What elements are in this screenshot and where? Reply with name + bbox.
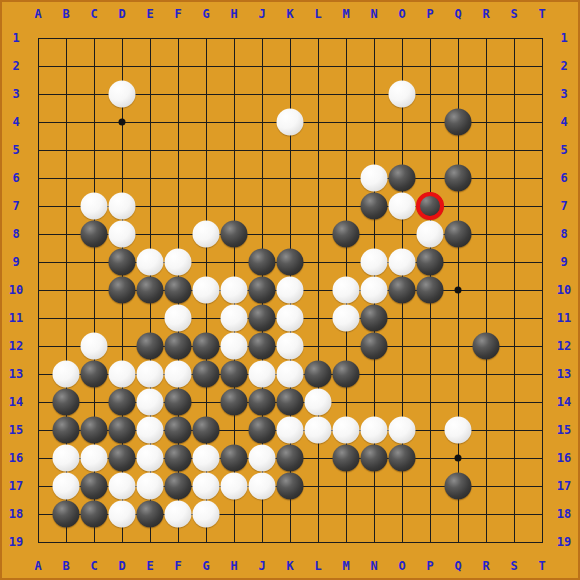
white-stone-E16 — [137, 445, 164, 472]
col-label-R: R — [482, 7, 489, 21]
black-stone-B15 — [53, 417, 80, 444]
white-stone-J16 — [249, 445, 276, 472]
row-label-17: 17 — [9, 479, 23, 493]
col-label-H: H — [230, 7, 237, 21]
white-stone-E14 — [137, 389, 164, 416]
black-stone-D14 — [109, 389, 136, 416]
white-stone-J17 — [249, 473, 276, 500]
col-label-E: E — [146, 559, 153, 573]
col-label-J: J — [258, 559, 265, 573]
white-stone-D8 — [109, 221, 136, 248]
black-stone-K9 — [277, 249, 304, 276]
row-label-17: 17 — [557, 479, 571, 493]
white-stone-E15 — [137, 417, 164, 444]
white-stone-F18 — [165, 501, 192, 528]
col-label-H: H — [230, 559, 237, 573]
black-stone-O10 — [389, 277, 416, 304]
col-label-K: K — [286, 559, 293, 573]
col-label-N: N — [370, 559, 377, 573]
star-point-D4 — [119, 119, 126, 126]
black-stone-J15 — [249, 417, 276, 444]
row-label-11: 11 — [9, 311, 23, 325]
col-label-O: O — [398, 559, 405, 573]
white-stone-H11 — [221, 305, 248, 332]
col-label-A: A — [34, 7, 41, 21]
white-stone-G18 — [193, 501, 220, 528]
black-stone-J14 — [249, 389, 276, 416]
black-stone-H16 — [221, 445, 248, 472]
white-stone-D13 — [109, 361, 136, 388]
white-stone-D3 — [109, 81, 136, 108]
white-stone-E9 — [137, 249, 164, 276]
white-stone-M10 — [333, 277, 360, 304]
white-stone-K4 — [277, 109, 304, 136]
col-label-Q: Q — [454, 559, 461, 573]
white-stone-G17 — [193, 473, 220, 500]
col-label-S: S — [510, 7, 517, 21]
white-stone-C7 — [81, 193, 108, 220]
col-label-B: B — [62, 559, 69, 573]
black-stone-M8 — [333, 221, 360, 248]
black-stone-P9 — [417, 249, 444, 276]
row-label-14: 14 — [9, 395, 23, 409]
black-stone-F14 — [165, 389, 192, 416]
white-stone-L14 — [305, 389, 332, 416]
row-label-12: 12 — [557, 339, 571, 353]
white-stone-L15 — [305, 417, 332, 444]
white-stone-F13 — [165, 361, 192, 388]
white-stone-B16 — [53, 445, 80, 472]
white-stone-K11 — [277, 305, 304, 332]
white-stone-J13 — [249, 361, 276, 388]
col-label-C: C — [90, 7, 97, 21]
black-stone-K16 — [277, 445, 304, 472]
col-label-O: O — [398, 7, 405, 21]
star-point-Q10 — [455, 287, 462, 294]
black-stone-H13 — [221, 361, 248, 388]
black-stone-C18 — [81, 501, 108, 528]
white-stone-F9 — [165, 249, 192, 276]
black-stone-F16 — [165, 445, 192, 472]
white-stone-O3 — [389, 81, 416, 108]
row-label-5: 5 — [12, 143, 19, 157]
black-stone-Q8 — [445, 221, 472, 248]
col-label-T: T — [538, 559, 545, 573]
col-label-B: B — [62, 7, 69, 21]
black-stone-M16 — [333, 445, 360, 472]
row-label-2: 2 — [560, 59, 567, 73]
black-stone-P10 — [417, 277, 444, 304]
row-label-1: 1 — [560, 31, 567, 45]
row-label-8: 8 — [12, 227, 19, 241]
black-stone-M13 — [333, 361, 360, 388]
row-label-1: 1 — [12, 31, 19, 45]
col-label-A: A — [34, 559, 41, 573]
row-label-5: 5 — [560, 143, 567, 157]
black-stone-J11 — [249, 305, 276, 332]
black-stone-H8 — [221, 221, 248, 248]
black-stone-N11 — [361, 305, 388, 332]
row-label-19: 19 — [9, 535, 23, 549]
black-stone-O6 — [389, 165, 416, 192]
white-stone-B17 — [53, 473, 80, 500]
white-stone-O15 — [389, 417, 416, 444]
col-label-G: G — [202, 7, 209, 21]
row-label-18: 18 — [9, 507, 23, 521]
black-stone-Q17 — [445, 473, 472, 500]
white-stone-P8 — [417, 221, 444, 248]
white-stone-M15 — [333, 417, 360, 444]
black-stone-G13 — [193, 361, 220, 388]
white-stone-F11 — [165, 305, 192, 332]
white-stone-N15 — [361, 417, 388, 444]
row-label-9: 9 — [12, 255, 19, 269]
white-stone-H17 — [221, 473, 248, 500]
black-stone-J12 — [249, 333, 276, 360]
white-stone-K10 — [277, 277, 304, 304]
col-label-G: G — [202, 559, 209, 573]
col-label-T: T — [538, 7, 545, 21]
col-label-F: F — [174, 559, 181, 573]
black-stone-Q6 — [445, 165, 472, 192]
black-stone-F10 — [165, 277, 192, 304]
black-stone-E18 — [137, 501, 164, 528]
col-label-P: P — [426, 7, 433, 21]
row-label-16: 16 — [557, 451, 571, 465]
col-label-L: L — [314, 7, 321, 21]
black-stone-E12 — [137, 333, 164, 360]
row-label-7: 7 — [12, 199, 19, 213]
row-label-11: 11 — [557, 311, 571, 325]
white-stone-M11 — [333, 305, 360, 332]
black-stone-H14 — [221, 389, 248, 416]
col-label-D: D — [118, 559, 125, 573]
black-stone-E10 — [137, 277, 164, 304]
row-label-13: 13 — [557, 367, 571, 381]
white-stone-N10 — [361, 277, 388, 304]
row-label-2: 2 — [12, 59, 19, 73]
row-label-12: 12 — [9, 339, 23, 353]
last-move-marker-P7 — [416, 192, 444, 220]
black-stone-Q4 — [445, 109, 472, 136]
col-label-M: M — [342, 7, 349, 21]
black-stone-B18 — [53, 501, 80, 528]
row-label-6: 6 — [560, 171, 567, 185]
black-stone-F12 — [165, 333, 192, 360]
white-stone-C16 — [81, 445, 108, 472]
row-label-4: 4 — [12, 115, 19, 129]
row-label-7: 7 — [560, 199, 567, 213]
white-stone-O9 — [389, 249, 416, 276]
row-label-15: 15 — [9, 423, 23, 437]
white-stone-H10 — [221, 277, 248, 304]
white-stone-Q15 — [445, 417, 472, 444]
black-stone-D16 — [109, 445, 136, 472]
black-stone-N12 — [361, 333, 388, 360]
black-stone-K17 — [277, 473, 304, 500]
black-stone-K14 — [277, 389, 304, 416]
col-label-S: S — [510, 559, 517, 573]
white-stone-G16 — [193, 445, 220, 472]
star-point-Q16 — [455, 455, 462, 462]
white-stone-H12 — [221, 333, 248, 360]
white-stone-D7 — [109, 193, 136, 220]
white-stone-K15 — [277, 417, 304, 444]
col-label-D: D — [118, 7, 125, 21]
row-label-19: 19 — [557, 535, 571, 549]
row-label-3: 3 — [12, 87, 19, 101]
black-stone-G12 — [193, 333, 220, 360]
black-stone-L13 — [305, 361, 332, 388]
row-label-15: 15 — [557, 423, 571, 437]
col-label-P: P — [426, 559, 433, 573]
white-stone-K12 — [277, 333, 304, 360]
white-stone-B13 — [53, 361, 80, 388]
col-label-C: C — [90, 559, 97, 573]
go-board[interactable]: AABBCCDDEEFFGGHHJJKKLLMMNNOOPPQQRRSSTT11… — [0, 0, 580, 580]
col-label-L: L — [314, 559, 321, 573]
row-label-4: 4 — [560, 115, 567, 129]
white-stone-D17 — [109, 473, 136, 500]
col-label-R: R — [482, 559, 489, 573]
white-stone-K13 — [277, 361, 304, 388]
black-stone-C8 — [81, 221, 108, 248]
white-stone-C12 — [81, 333, 108, 360]
black-stone-C13 — [81, 361, 108, 388]
col-label-E: E — [146, 7, 153, 21]
black-stone-C15 — [81, 417, 108, 444]
white-stone-G8 — [193, 221, 220, 248]
white-stone-E17 — [137, 473, 164, 500]
black-stone-J9 — [249, 249, 276, 276]
row-label-6: 6 — [12, 171, 19, 185]
row-label-10: 10 — [557, 283, 571, 297]
col-label-Q: Q — [454, 7, 461, 21]
row-label-9: 9 — [560, 255, 567, 269]
black-stone-D9 — [109, 249, 136, 276]
black-stone-O16 — [389, 445, 416, 472]
white-stone-G10 — [193, 277, 220, 304]
black-stone-B14 — [53, 389, 80, 416]
black-stone-N7 — [361, 193, 388, 220]
black-stone-G15 — [193, 417, 220, 444]
row-label-13: 13 — [9, 367, 23, 381]
black-stone-C17 — [81, 473, 108, 500]
col-label-K: K — [286, 7, 293, 21]
row-label-16: 16 — [9, 451, 23, 465]
black-stone-D10 — [109, 277, 136, 304]
black-stone-F15 — [165, 417, 192, 444]
black-stone-N16 — [361, 445, 388, 472]
white-stone-E13 — [137, 361, 164, 388]
white-stone-D18 — [109, 501, 136, 528]
black-stone-J10 — [249, 277, 276, 304]
black-stone-R12 — [473, 333, 500, 360]
row-label-3: 3 — [560, 87, 567, 101]
black-stone-D15 — [109, 417, 136, 444]
col-label-J: J — [258, 7, 265, 21]
black-stone-F17 — [165, 473, 192, 500]
col-label-N: N — [370, 7, 377, 21]
col-label-F: F — [174, 7, 181, 21]
col-label-M: M — [342, 559, 349, 573]
white-stone-N9 — [361, 249, 388, 276]
row-label-10: 10 — [9, 283, 23, 297]
row-label-8: 8 — [560, 227, 567, 241]
row-label-14: 14 — [557, 395, 571, 409]
white-stone-N6 — [361, 165, 388, 192]
row-label-18: 18 — [557, 507, 571, 521]
white-stone-O7 — [389, 193, 416, 220]
